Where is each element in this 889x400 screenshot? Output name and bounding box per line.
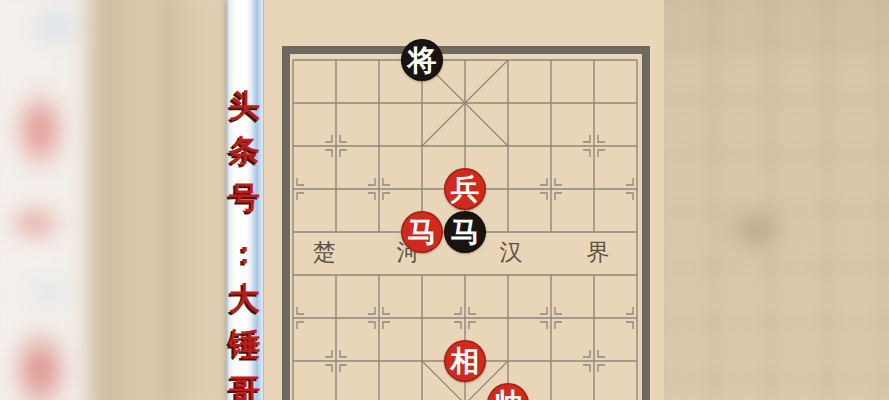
piece-red-horse[interactable]: 马 [401, 211, 443, 253]
screenshot-root: 头条号：大锤哥 123456789 楚河汉界 将兵马马相帅 [0, 0, 889, 400]
watermark-char: 号 [229, 182, 260, 213]
board-grid: 将兵马马相帅 [272, 39, 659, 400]
watermark-char: 锤 [229, 328, 260, 359]
piece-red-soldier[interactable]: 兵 [444, 168, 486, 210]
piece-red-general[interactable]: 帅 [487, 383, 529, 400]
background-blur-right [655, 0, 889, 400]
piece-red-elephant[interactable]: 相 [444, 340, 486, 382]
watermark-char: 哥 [229, 375, 260, 400]
piece-black-general[interactable]: 将 [401, 39, 443, 81]
watermark-char: 条 [229, 135, 260, 166]
watermark-char: 头 [229, 90, 260, 121]
board-panel: 123456789 楚河汉界 将兵马马相帅 [263, 0, 664, 400]
piece-black-horse[interactable]: 马 [444, 211, 486, 253]
channel-watermark-strip: 头条号：大锤哥 [226, 0, 263, 400]
watermark-char: 大 [229, 283, 260, 314]
watermark-char: ： [229, 237, 260, 268]
